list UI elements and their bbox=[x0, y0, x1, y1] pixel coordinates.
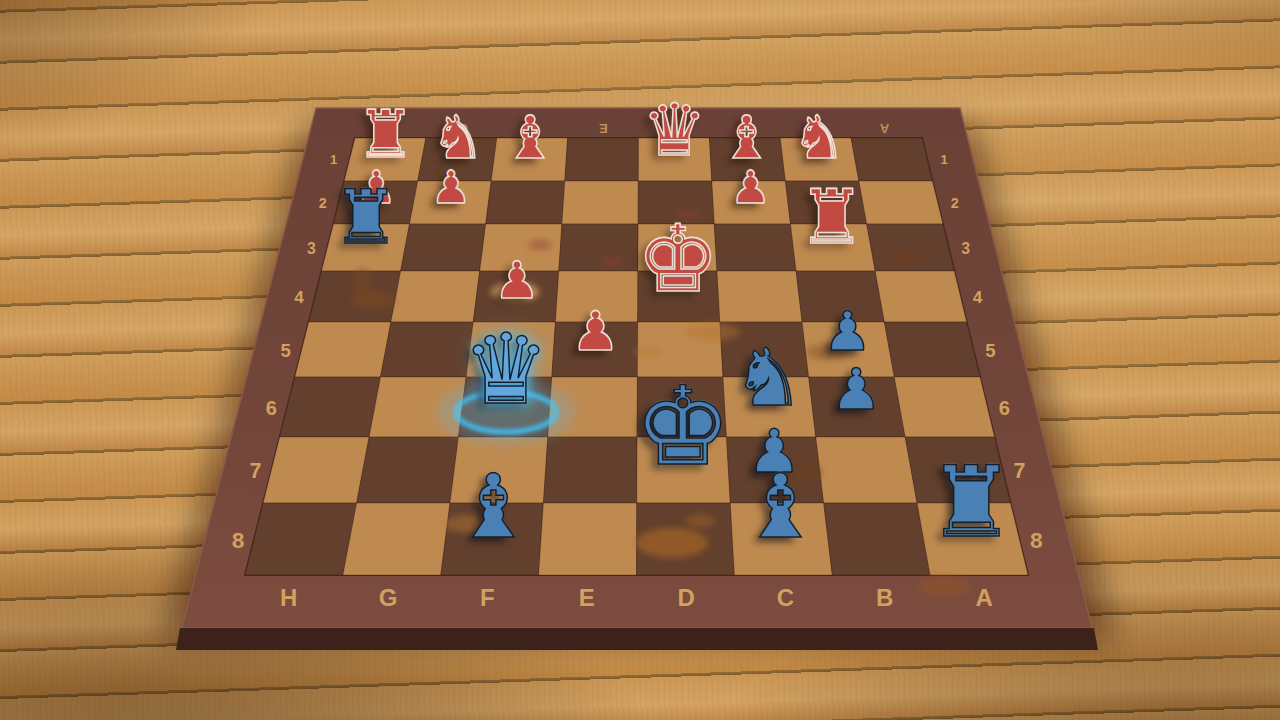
coord-label: G bbox=[379, 584, 398, 611]
piece-red-knight-b1[interactable]: ♞ bbox=[774, 108, 863, 167]
piece-blue-bishop-f8[interactable]: ♝ bbox=[427, 463, 560, 552]
piece-blue-queen-f6[interactable]: ♛ bbox=[433, 321, 579, 418]
coord-label: E bbox=[579, 584, 595, 611]
piece-red-rook-b3[interactable]: ♜ bbox=[776, 181, 888, 256]
piece-blue-pawn-b6[interactable]: ♟ bbox=[813, 361, 898, 418]
coord-label: 2 bbox=[951, 195, 959, 211]
piece-blue-rook-h3[interactable]: ♜ bbox=[310, 181, 422, 256]
piece-red-pawn-f4[interactable]: ♟ bbox=[479, 255, 556, 306]
square-a4[interactable] bbox=[875, 271, 966, 322]
piece-red-king-d4[interactable]: ♚ bbox=[609, 213, 748, 306]
coord-label: F bbox=[480, 584, 495, 611]
coord-label: 7 bbox=[249, 459, 261, 483]
coord-label: 4 bbox=[973, 287, 983, 307]
square-a5[interactable] bbox=[884, 322, 980, 377]
coord-label: 4 bbox=[294, 287, 304, 307]
piece-red-pawn-g2[interactable]: ♟ bbox=[417, 165, 485, 210]
coord-label: 5 bbox=[985, 340, 995, 361]
coord-label: H bbox=[280, 584, 297, 611]
square-h8[interactable] bbox=[245, 503, 357, 575]
piece-red-bishop-f1[interactable]: ♝ bbox=[486, 108, 575, 167]
piece-red-pawn-c2[interactable]: ♟ bbox=[717, 165, 785, 210]
coord-label: 6 bbox=[266, 397, 277, 419]
square-a6[interactable] bbox=[894, 377, 994, 437]
coord-label: A bbox=[879, 121, 889, 136]
coord-label: 1 bbox=[941, 152, 948, 167]
coord-label: B bbox=[876, 584, 893, 611]
coord-label: C bbox=[777, 584, 794, 611]
board-scene: HGFEDCBAHGFEDCBA1234567812345678 ♜♞♝♛♝♞♟… bbox=[0, 0, 1280, 720]
square-h6[interactable] bbox=[280, 377, 381, 437]
coord-label: A bbox=[975, 584, 992, 611]
square-h7[interactable] bbox=[263, 437, 369, 503]
piece-blue-bishop-c8[interactable]: ♝ bbox=[714, 463, 847, 552]
coord-label: E bbox=[599, 121, 608, 136]
coord-label: D bbox=[677, 584, 694, 611]
coord-label: 5 bbox=[281, 340, 291, 361]
square-h5[interactable] bbox=[295, 322, 391, 377]
piece-blue-rook-a8[interactable]: ♜ bbox=[898, 454, 1045, 552]
coord-label: 3 bbox=[961, 240, 970, 257]
coord-label: 6 bbox=[999, 397, 1010, 419]
coord-label: 8 bbox=[232, 527, 245, 553]
square-f2[interactable] bbox=[486, 181, 565, 224]
